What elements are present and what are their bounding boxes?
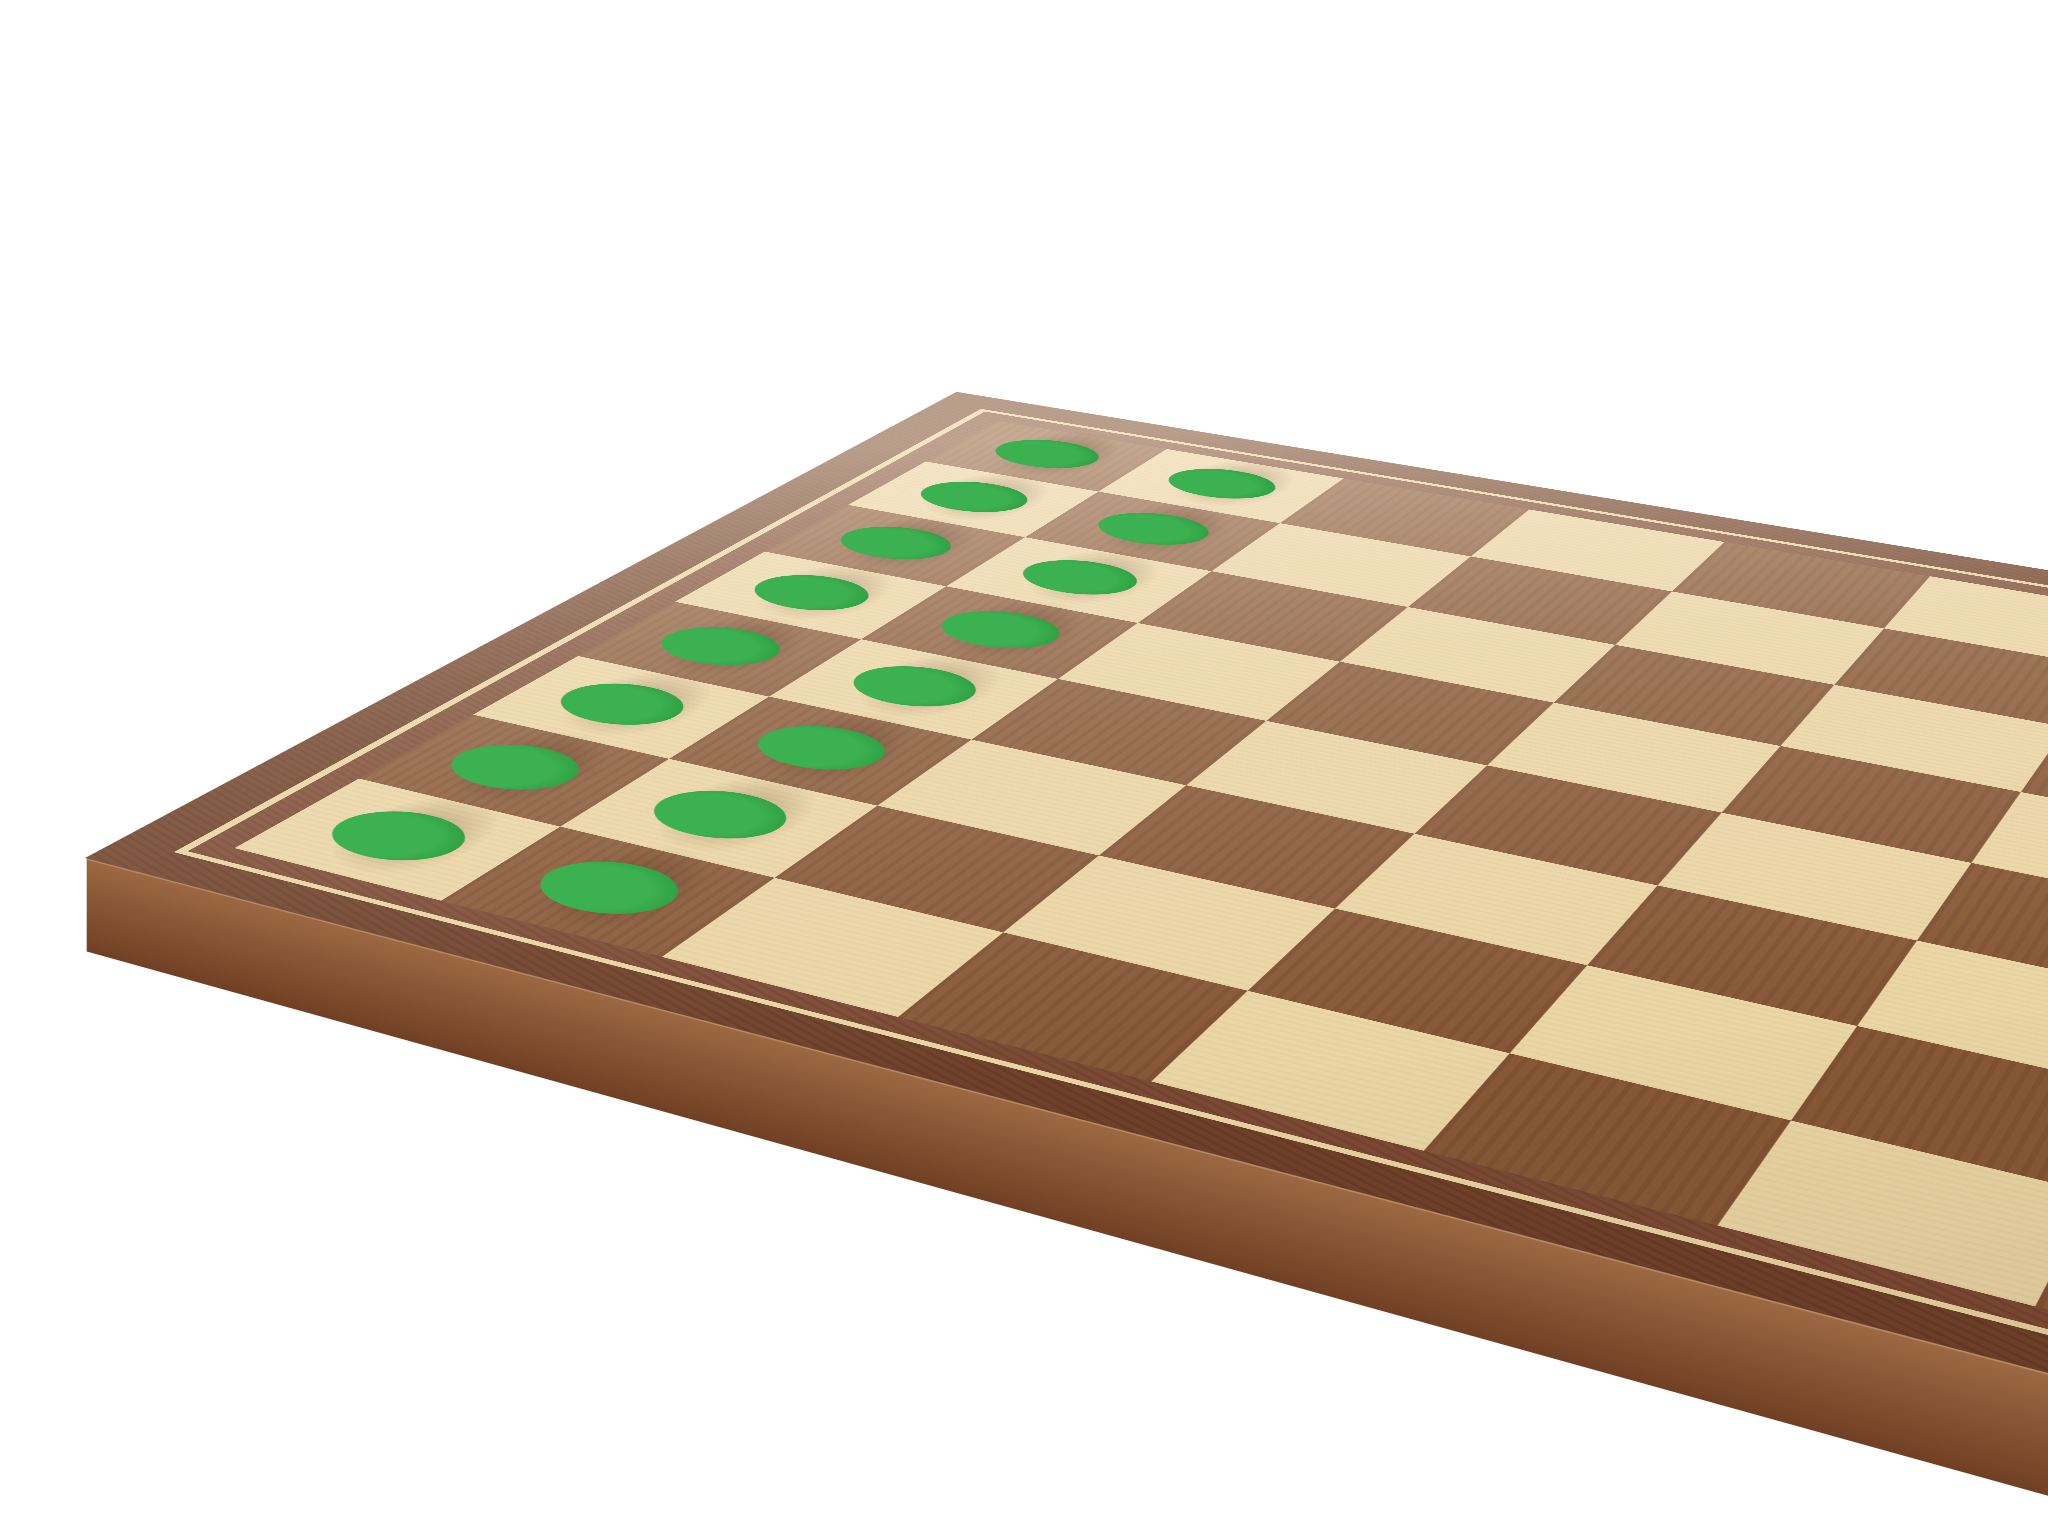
pawn-glyph: ♟ [411,440,823,899]
photo-scene: Angled photograph of a wooden chessboard… [0,0,2048,1535]
chess-board: ♜♞♝♛♚♝♞♜♟♟♟♟♟♟♟♟ [85,392,2048,1499]
